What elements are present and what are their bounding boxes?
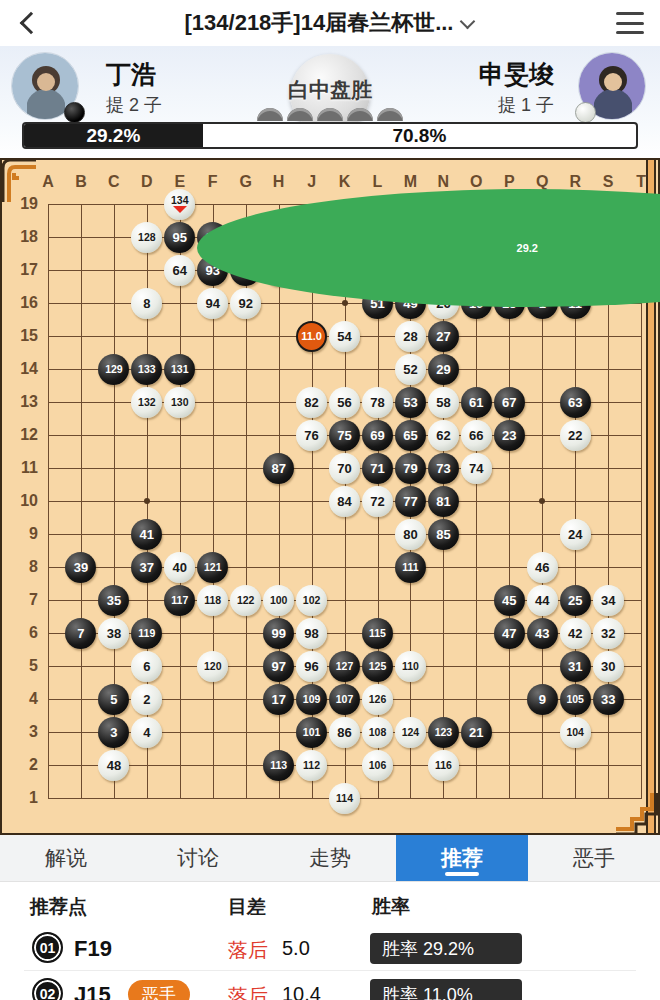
stone-F7: 118 [197,585,228,616]
stone-R3: 104 [560,717,591,748]
stone-N12: 62 [428,420,459,451]
stone-N13: 58 [428,387,459,418]
stone-K11: 70 [329,453,360,484]
stone-J12: 76 [296,420,327,451]
stone-O3: 21 [461,717,492,748]
stone-R6: 42 [560,618,591,649]
bad-move-overlay-J15[interactable]: 11.0 [296,321,327,352]
col-label: R [563,173,587,191]
stone-K12: 75 [329,420,360,451]
stone-R9: 24 [560,519,591,550]
row-label: 4 [8,690,38,708]
stone-D14: 133 [131,354,162,385]
col-label: H [267,173,291,191]
star-point [144,498,150,504]
row-label: 12 [8,426,38,444]
tab-recommend[interactable]: 推荐 [396,835,528,881]
stone-J7: 102 [296,585,327,616]
stone-P13: 67 [494,387,525,418]
stone-C3: 3 [98,717,129,748]
stone-D6: 119 [131,618,162,649]
stone-G16: 92 [230,288,261,319]
stone-M3: 124 [395,717,426,748]
stone-B8: 39 [65,552,96,583]
stone-F16: 94 [197,288,228,319]
winrate-badge: 胜率 29.2% [370,933,522,964]
col-label: L [366,173,390,191]
stone-L10: 72 [362,486,393,517]
header-point: 推荐点 [30,894,87,920]
stone-G7: 122 [230,585,261,616]
stone-L6: 115 [362,618,393,649]
row-label: 6 [8,624,38,642]
game-result: 白中盘胜 [250,76,410,104]
stone-C4: 5 [98,684,129,715]
stone-R7: 25 [560,585,591,616]
stone-N11: 73 [428,453,459,484]
stone-O11: 74 [461,453,492,484]
stone-L3: 108 [362,717,393,748]
stone-M5: 110 [395,651,426,682]
col-label: O [464,173,488,191]
stone-K3: 86 [329,717,360,748]
col-label: B [69,173,93,191]
stone-R12: 22 [560,420,591,451]
stone-L5: 125 [362,651,393,682]
winrate-white: 70.8% [203,124,636,147]
stone-E8: 40 [164,552,195,583]
stone-M13: 53 [395,387,426,418]
diff-label: 落后 [228,983,268,1000]
header-diff: 目差 [228,894,266,920]
row-label: 16 [8,294,38,312]
row-label: 1 [8,789,38,807]
stone-S7: 34 [593,585,624,616]
stone-D16: 8 [131,288,162,319]
stone-D4: 2 [131,684,162,715]
bad-move-tag: 恶手 [128,980,190,1000]
recommendation-table: 推荐点 目差 胜率 01 F19 落后 5.0 胜率 29.2% 02 J15 … [0,882,660,1000]
stone-F8: 121 [197,552,228,583]
row-label: 9 [8,525,38,543]
row-label: 3 [8,723,38,741]
stone-K15: 54 [329,321,360,352]
stone-H4: 17 [263,684,294,715]
table-row[interactable]: 02 J15 恶手 落后 10.4 胜率 11.0% [0,974,660,1000]
rec-point: F19 [74,936,112,962]
stone-C14: 129 [98,354,129,385]
stone-O12: 66 [461,420,492,451]
row-label: 18 [8,228,38,246]
row-label: 14 [8,360,38,378]
col-label: D [135,173,159,191]
captures-white: 提 1 子 [498,93,554,117]
stone-P12: 23 [494,420,525,451]
menu-icon[interactable] [616,12,644,34]
row-label: 10 [8,492,38,510]
col-label: M [398,173,422,191]
board-frame-corner-bottomright [616,793,660,837]
rank-badge: 01 [32,932,63,963]
stone-M15: 28 [395,321,426,352]
stone-N9: 85 [428,519,459,550]
stone-D8: 37 [131,552,162,583]
back-icon[interactable] [14,10,40,36]
title-bar: [134/218手]14届春兰杯世... [0,0,660,46]
tab-commentary[interactable]: 解说 [0,835,132,881]
row-label: 13 [8,393,38,411]
row-label: 2 [8,756,38,774]
stone-R13: 63 [560,387,591,418]
row-label: 5 [8,657,38,675]
stone-M8: 111 [395,552,426,583]
stone-J13: 82 [296,387,327,418]
tab-bad-moves[interactable]: 恶手 [528,835,660,881]
stone-E18: 95 [164,222,195,253]
player-name-black: 丁浩 [106,58,156,91]
stone-E17: 64 [164,255,195,286]
white-stone-icon [575,102,596,123]
diff-value: 10.4 [282,983,321,1000]
page-title: [134/218手]14届春兰杯世... [185,8,454,38]
last-move-marker [173,206,187,213]
stone-Q6: 43 [527,618,558,649]
stone-C6: 38 [98,618,129,649]
stone-B6: 7 [65,618,96,649]
stone-H11: 87 [263,453,294,484]
row-label: 11 [8,459,38,477]
player-name-white: 申旻埈 [479,58,554,91]
stone-K1: 114 [329,783,360,814]
stone-D18: 128 [131,222,162,253]
stone-F5: 120 [197,651,228,682]
player-panel: 丁浩 提 2 子 白中盘胜 申旻埈 提 1 子 29.2% 70.8% [0,46,660,158]
stone-L4: 126 [362,684,393,715]
diff-label: 落后 [228,937,268,964]
stone-J2: 112 [296,750,327,781]
stone-S5: 30 [593,651,624,682]
tab-discussion[interactable]: 讨论 [132,835,264,881]
app-screen: [134/218手]14届春兰杯世... 丁浩 提 2 子 白中盘胜 申旻埈 提… [0,0,660,1000]
winrate-bar: 29.2% 70.8% [22,122,638,149]
stone-P7: 45 [494,585,525,616]
stone-D3: 4 [131,717,162,748]
go-board[interactable]: ABCDEFGHJKLMNOPQRST191817161514131211109… [0,158,660,835]
stone-D5: 6 [131,651,162,682]
stone-M12: 65 [395,420,426,451]
stone-M10: 77 [395,486,426,517]
stone-R4: 105 [560,684,591,715]
stone-E19: 134 [164,189,195,220]
stone-H5: 97 [263,651,294,682]
stone-O13: 61 [461,387,492,418]
grid-line [48,765,642,766]
row-label: 19 [8,195,38,213]
col-label: K [333,173,357,191]
stone-Q7: 44 [527,585,558,616]
captures-black: 提 2 子 [106,93,162,117]
rank-badge: 02 [32,978,63,1000]
stone-N10: 81 [428,486,459,517]
stone-N2: 116 [428,750,459,781]
stone-K4: 107 [329,684,360,715]
stone-M14: 52 [395,354,426,385]
row-label: 7 [8,591,38,609]
row-label: 15 [8,327,38,345]
stone-J6: 98 [296,618,327,649]
row-label: 17 [8,261,38,279]
stone-C2: 48 [98,750,129,781]
star-point [539,498,545,504]
stone-D9: 41 [131,519,162,550]
stone-P6: 47 [494,618,525,649]
stone-E13: 130 [164,387,195,418]
stone-J4: 109 [296,684,327,715]
col-label: A [36,173,60,191]
stone-L12: 69 [362,420,393,451]
diff-value: 5.0 [282,937,310,960]
stone-E7: 117 [164,585,195,616]
stone-L13: 78 [362,387,393,418]
stone-Q8: 46 [527,552,558,583]
col-label: T [629,173,653,191]
col-label: S [596,173,620,191]
stone-M9: 80 [395,519,426,550]
stone-K10: 84 [329,486,360,517]
tab-trend[interactable]: 走势 [264,835,396,881]
stone-N14: 29 [428,354,459,385]
stone-J3: 101 [296,717,327,748]
stone-J5: 96 [296,651,327,682]
row-divider [24,970,636,971]
col-label: F [201,173,225,191]
col-label: G [234,173,258,191]
stone-M11: 79 [395,453,426,484]
stone-L2: 106 [362,750,393,781]
recommended-move-overlay-F19[interactable]: 29.2 [197,189,660,307]
col-label: C [102,173,126,191]
table-row[interactable]: 01 F19 落后 5.0 胜率 29.2% [0,928,660,968]
stone-S4: 33 [593,684,624,715]
winrate-black: 29.2% [24,124,203,147]
stone-D13: 132 [131,387,162,418]
stone-K5: 127 [329,651,360,682]
stone-N3: 123 [428,717,459,748]
stone-N15: 27 [428,321,459,352]
stone-E14: 131 [164,354,195,385]
stone-L11: 71 [362,453,393,484]
black-stone-icon [64,102,85,123]
stone-Q4: 9 [527,684,558,715]
col-label: N [431,173,455,191]
stone-C7: 35 [98,585,129,616]
stone-K13: 56 [329,387,360,418]
header-winrate: 胜率 [372,894,410,920]
row-label: 8 [8,558,38,576]
bottom-tab-bar: 解说 讨论 走势 推荐 恶手 [0,835,660,882]
chevron-down-icon[interactable] [461,14,475,28]
stone-R5: 31 [560,651,591,682]
stone-H7: 100 [263,585,294,616]
stone-H2: 113 [263,750,294,781]
col-label: J [300,173,324,191]
star-point [342,300,348,306]
winrate-badge: 胜率 11.0% [370,979,522,1000]
stone-S6: 32 [593,618,624,649]
stone-H6: 99 [263,618,294,649]
rec-point: J15 [74,982,111,1000]
